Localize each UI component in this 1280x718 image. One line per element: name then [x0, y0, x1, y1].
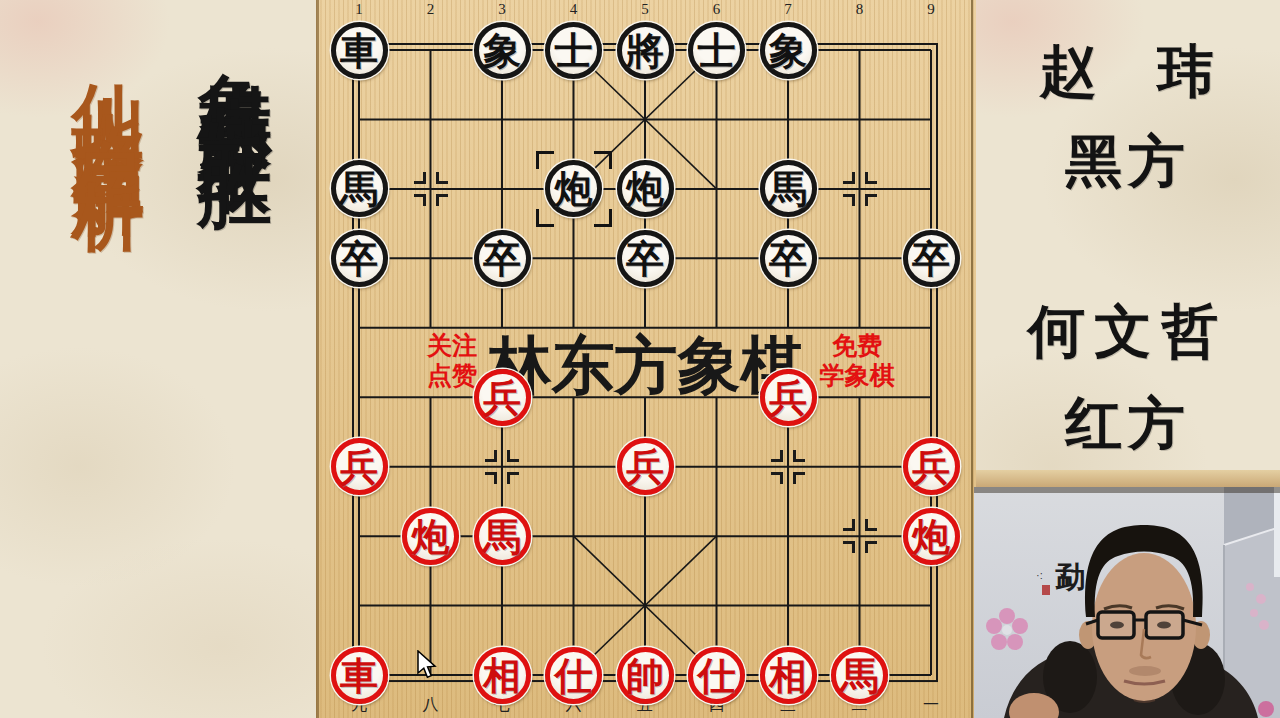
piece-black-king[interactable]: 將	[617, 22, 674, 79]
file-label-top-8: 8	[840, 1, 880, 18]
piece-black-rook[interactable]: 車	[331, 22, 388, 79]
piece-black-advisor[interactable]: 士	[688, 22, 745, 79]
piece-black-cannon[interactable]: 炮	[545, 160, 602, 217]
piece-red-advisor[interactable]: 仕	[688, 647, 745, 704]
file-label-top-5: 5	[625, 1, 665, 18]
piece-black-pawn[interactable]: 卒	[331, 230, 388, 287]
piece-red-pawn[interactable]: 兵	[760, 369, 817, 426]
video-title-vertical: 象棋大师妙手取胜	[198, 13, 272, 109]
river-note-right: 免费 学象棋	[808, 330, 906, 390]
file-label-top-1: 1	[339, 1, 379, 18]
file-label-bottom-9: 一	[911, 695, 951, 716]
black-player-name: 赵 玮	[976, 34, 1280, 111]
piece-red-advisor[interactable]: 仕	[545, 647, 602, 704]
piece-black-pawn[interactable]: 卒	[617, 230, 674, 287]
piece-red-king[interactable]: 帥	[617, 647, 674, 704]
glasses-left-lens	[1098, 612, 1134, 638]
pink-flower-bottom	[1258, 701, 1274, 717]
file-label-top-2: 2	[411, 1, 451, 18]
piece-red-horse[interactable]: 馬	[831, 647, 888, 704]
point-marker	[482, 447, 522, 487]
piece-red-pawn[interactable]: 兵	[474, 369, 531, 426]
file-label-top-9: 9	[911, 1, 951, 18]
piece-black-horse[interactable]: 馬	[331, 160, 388, 217]
webcam-scene: 勐 ·:	[974, 487, 1280, 718]
wall-calligraphy: 勐	[1055, 560, 1086, 593]
black-side-label: 黑方	[976, 124, 1280, 201]
point-marker	[840, 516, 880, 556]
wall-calligraphy-small: ·:	[1036, 569, 1043, 581]
piece-black-advisor[interactable]: 士	[545, 22, 602, 79]
webcam-top-shadow	[974, 487, 1280, 493]
file-label-bottom-2: 八	[411, 695, 451, 716]
file-label-top-3: 3	[482, 1, 522, 18]
glasses-right-lens	[1146, 612, 1183, 638]
webcam-edge-glare	[1274, 487, 1280, 577]
piece-black-elephant[interactable]: 象	[474, 22, 531, 79]
piece-red-pawn[interactable]: 兵	[903, 438, 960, 495]
river-note-left: 关注 点赞	[420, 330, 484, 390]
piece-black-pawn[interactable]: 卒	[903, 230, 960, 287]
red-side-label: 红方	[976, 386, 1280, 463]
piece-black-horse[interactable]: 馬	[760, 160, 817, 217]
webcam-view: 勐 ·:	[974, 487, 1280, 718]
piece-black-elephant[interactable]: 象	[760, 22, 817, 79]
piece-red-pawn[interactable]: 兵	[617, 438, 674, 495]
calligraphy-seal	[1042, 585, 1050, 595]
left-title-panel: 仙人指路布局解析 象棋大师妙手取胜	[0, 0, 316, 718]
mustache-shadow	[1129, 666, 1161, 676]
file-label-top-6: 6	[697, 1, 737, 18]
board-frame-left	[316, 0, 319, 718]
piece-black-cannon[interactable]: 炮	[617, 160, 674, 217]
point-marker	[768, 447, 808, 487]
piece-red-horse[interactable]: 馬	[474, 508, 531, 565]
piece-black-pawn[interactable]: 卒	[474, 230, 531, 287]
xiangqi-board[interactable]: 关注 点赞 林东方象棋 免费 学象棋 123456789九八七六五四三二一車象士…	[316, 0, 976, 718]
point-marker	[411, 169, 451, 209]
video-frame: 仙人指路布局解析 象棋大师妙手取胜 赵 玮 黑方 何文哲 红方 关注 点赞 林东…	[0, 0, 1280, 718]
point-marker	[840, 169, 880, 209]
piece-red-elephant[interactable]: 相	[474, 647, 531, 704]
piece-black-pawn[interactable]: 卒	[760, 230, 817, 287]
piece-red-cannon[interactable]: 炮	[402, 508, 459, 565]
board-frame-right	[971, 0, 973, 718]
piece-red-elephant[interactable]: 相	[760, 647, 817, 704]
piece-red-pawn[interactable]: 兵	[331, 438, 388, 495]
red-player-name: 何文哲	[976, 294, 1280, 371]
piece-red-rook[interactable]: 車	[331, 647, 388, 704]
webcam-frame-top	[976, 470, 1280, 487]
series-subtitle-vertical: 仙人指路布局解析	[72, 26, 144, 138]
mouse-cursor	[417, 650, 439, 680]
file-label-top-4: 4	[554, 1, 594, 18]
piece-red-cannon[interactable]: 炮	[903, 508, 960, 565]
file-label-top-7: 7	[768, 1, 808, 18]
